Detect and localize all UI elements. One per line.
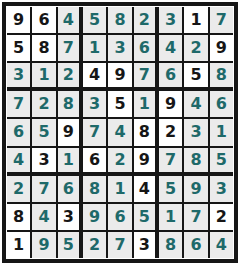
cell-r6c6[interactable]: 9 xyxy=(134,148,157,174)
cell-r5c6[interactable]: 8 xyxy=(134,119,157,145)
cell-r1c1[interactable]: 9 xyxy=(7,7,30,33)
cell-r5c8[interactable]: 3 xyxy=(184,119,207,145)
cell-r2c6[interactable]: 6 xyxy=(134,35,157,61)
cell-r3c3[interactable]: 2 xyxy=(58,63,81,89)
cell-r7c4[interactable]: 8 xyxy=(83,176,106,202)
cell-r6c3[interactable]: 1 xyxy=(58,148,81,174)
cell-r4c3[interactable]: 8 xyxy=(58,91,81,117)
cell-r6c9[interactable]: 5 xyxy=(210,148,233,174)
cell-r6c8[interactable]: 8 xyxy=(184,148,207,174)
cell-r4c5[interactable]: 5 xyxy=(108,91,131,117)
cell-r9c3[interactable]: 5 xyxy=(58,232,81,258)
cell-r5c7[interactable]: 2 xyxy=(159,119,182,145)
cell-r4c2[interactable]: 2 xyxy=(32,91,55,117)
cell-r2c2[interactable]: 8 xyxy=(32,35,55,61)
sudoku-grid: 9645823175871364293124976587283519466597… xyxy=(7,7,233,258)
cell-r4c8[interactable]: 4 xyxy=(184,91,207,117)
cell-r8c2[interactable]: 4 xyxy=(32,204,55,230)
cell-r6c2[interactable]: 3 xyxy=(32,148,55,174)
cell-r8c4[interactable]: 9 xyxy=(83,204,106,230)
cell-r8c3[interactable]: 3 xyxy=(58,204,81,230)
cell-r7c1[interactable]: 2 xyxy=(7,176,30,202)
cell-r1c9[interactable]: 7 xyxy=(210,7,233,33)
cell-r4c7[interactable]: 9 xyxy=(159,91,182,117)
cell-r4c4[interactable]: 3 xyxy=(83,91,106,117)
cell-r1c2[interactable]: 6 xyxy=(32,7,55,33)
cell-r9c4[interactable]: 2 xyxy=(83,232,106,258)
cell-r3c8[interactable]: 5 xyxy=(184,63,207,89)
cell-r5c9[interactable]: 1 xyxy=(210,119,233,145)
cell-r6c4[interactable]: 6 xyxy=(83,148,106,174)
cell-r6c7[interactable]: 7 xyxy=(159,148,182,174)
cell-r8c9[interactable]: 2 xyxy=(210,204,233,230)
cell-r6c5[interactable]: 2 xyxy=(108,148,131,174)
cell-r5c5[interactable]: 4 xyxy=(108,119,131,145)
cell-r2c4[interactable]: 1 xyxy=(83,35,106,61)
cell-r8c5[interactable]: 6 xyxy=(108,204,131,230)
cell-r1c5[interactable]: 8 xyxy=(108,7,131,33)
cell-r9c9[interactable]: 4 xyxy=(210,232,233,258)
cell-r5c2[interactable]: 5 xyxy=(32,119,55,145)
cell-r1c8[interactable]: 1 xyxy=(184,7,207,33)
cell-r7c2[interactable]: 7 xyxy=(32,176,55,202)
cell-r2c9[interactable]: 9 xyxy=(210,35,233,61)
cell-r7c9[interactable]: 3 xyxy=(210,176,233,202)
cell-r7c3[interactable]: 6 xyxy=(58,176,81,202)
cell-r5c3[interactable]: 9 xyxy=(58,119,81,145)
cell-r3c9[interactable]: 8 xyxy=(210,63,233,89)
cell-r3c5[interactable]: 9 xyxy=(108,63,131,89)
cell-r6c1[interactable]: 4 xyxy=(7,148,30,174)
cell-r3c6[interactable]: 7 xyxy=(134,63,157,89)
sudoku-board: 9645823175871364293124976587283519466597… xyxy=(2,2,238,263)
cell-r3c1[interactable]: 3 xyxy=(7,63,30,89)
cell-r4c1[interactable]: 7 xyxy=(7,91,30,117)
cell-r9c5[interactable]: 7 xyxy=(108,232,131,258)
cell-r1c4[interactable]: 5 xyxy=(83,7,106,33)
cell-r2c3[interactable]: 7 xyxy=(58,35,81,61)
cell-r5c1[interactable]: 6 xyxy=(7,119,30,145)
cell-r2c7[interactable]: 4 xyxy=(159,35,182,61)
cell-r8c1[interactable]: 8 xyxy=(7,204,30,230)
cell-r3c7[interactable]: 6 xyxy=(159,63,182,89)
cell-r8c6[interactable]: 5 xyxy=(134,204,157,230)
cell-r9c6[interactable]: 3 xyxy=(134,232,157,258)
cell-r1c7[interactable]: 3 xyxy=(159,7,182,33)
cell-r2c8[interactable]: 2 xyxy=(184,35,207,61)
cell-r7c7[interactable]: 5 xyxy=(159,176,182,202)
cell-r9c1[interactable]: 1 xyxy=(7,232,30,258)
cell-r1c3[interactable]: 4 xyxy=(58,7,81,33)
cell-r7c6[interactable]: 4 xyxy=(134,176,157,202)
cell-r1c6[interactable]: 2 xyxy=(134,7,157,33)
cell-r3c4[interactable]: 4 xyxy=(83,63,106,89)
cell-r4c6[interactable]: 1 xyxy=(134,91,157,117)
cell-r9c2[interactable]: 9 xyxy=(32,232,55,258)
cell-r9c8[interactable]: 6 xyxy=(184,232,207,258)
cell-r8c8[interactable]: 7 xyxy=(184,204,207,230)
cell-r9c7[interactable]: 8 xyxy=(159,232,182,258)
cell-r7c5[interactable]: 1 xyxy=(108,176,131,202)
cell-r8c7[interactable]: 1 xyxy=(159,204,182,230)
cell-r4c9[interactable]: 6 xyxy=(210,91,233,117)
cell-r7c8[interactable]: 9 xyxy=(184,176,207,202)
cell-r5c4[interactable]: 7 xyxy=(83,119,106,145)
cell-r3c2[interactable]: 1 xyxy=(32,63,55,89)
cell-r2c5[interactable]: 3 xyxy=(108,35,131,61)
cell-r2c1[interactable]: 5 xyxy=(7,35,30,61)
